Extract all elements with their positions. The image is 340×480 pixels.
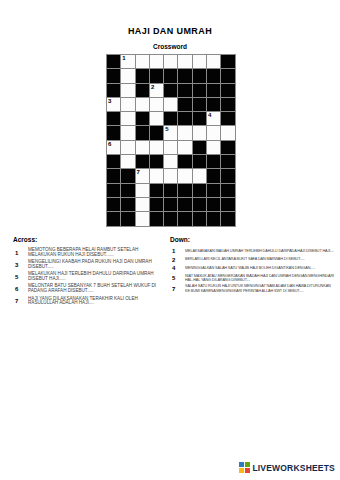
answer-cell[interactable] [164,55,177,68]
clue-number: 7 [13,298,28,304]
black-cell [207,198,220,211]
answer-cell[interactable] [193,169,206,182]
answer-cell[interactable] [207,126,220,139]
down-column: Down: 1MELAKSANAKAN IBADAH UMRAH TERLEBI… [170,236,336,309]
black-cell [193,69,206,82]
down-clue-1: 1MELAKSANAKAN IBADAH UMRAH TERLEBIH DAHU… [170,248,336,254]
black-cell [178,112,191,125]
black-cell [221,112,234,125]
black-cell [107,184,120,197]
logo-square-yellow [239,468,244,473]
black-cell [107,169,120,182]
clue-text: MELAKUKAN HAJI TERLEBIH DAHULU DARIPADA … [28,272,158,282]
black-cell [193,98,206,111]
black-cell [178,98,191,111]
across-clue-list: 1MEMOTONG BEBERAPA HELAI RAMBUT SETELAH … [13,248,166,309]
black-cell [207,212,220,225]
black-cell [178,212,191,225]
answer-cell[interactable] [164,155,177,168]
black-cell [178,84,191,97]
answer-cell[interactable]: 5 [164,126,177,139]
cell-number: 1 [122,55,125,62]
black-cell [221,98,234,111]
answer-cell[interactable] [150,169,163,182]
clue-number: 5 [13,274,28,280]
crossword-grid: 1234567 [106,54,236,227]
black-cell [221,141,234,154]
answer-cell[interactable] [178,169,191,182]
black-cell [136,69,149,82]
black-cell [107,55,120,68]
black-cell [193,198,206,211]
answer-cell[interactable] [136,98,149,111]
clue-text: MEMOTONG BEBERAPA HELAI RAMBUT SETELAH M… [28,248,158,258]
answer-cell[interactable] [136,212,149,225]
down-clue-2: 2BERLARI-LARI KECIL ANTARA BUKIT SAFA DA… [170,257,336,263]
answer-cell[interactable] [121,155,134,168]
clue-number: 1 [13,250,28,256]
black-cell [221,184,234,197]
black-cell [150,155,163,168]
answer-cell[interactable] [150,141,163,154]
liveworksheets-grid-icon [239,462,250,473]
answer-cell[interactable] [136,141,149,154]
black-cell [107,84,120,97]
black-cell [221,155,234,168]
clue-text: MENINGGALKAN SALAH SATU WAJIB HAJI BOLEH… [185,266,335,270]
answer-cell[interactable] [207,141,220,154]
clue-number: 3 [13,262,28,268]
black-cell [136,84,149,97]
black-cell [164,212,177,225]
answer-cell[interactable]: 6 [107,141,120,154]
brand-name: LIVEWORKSHEETS [252,463,335,473]
black-cell [150,198,163,211]
answer-cell[interactable] [164,141,177,154]
cell-number: 2 [151,84,154,91]
answer-cell[interactable]: 7 [136,169,149,182]
logo-square-red [245,468,250,473]
worksheet-page: HAJI DAN UMRAH Crossword 1234567 Across:… [0,0,340,480]
logo-square-blue [239,462,244,467]
black-cell [150,126,163,139]
black-cell [107,198,120,211]
black-cell [107,126,120,139]
clue-text: MENGELILINGI KAABAH PADA RUKUN HAJI DAN … [28,260,158,270]
down-header: Down: [170,236,336,243]
black-cell [121,169,134,182]
answer-cell[interactable] [121,84,134,97]
black-cell [221,69,234,82]
answer-cell[interactable] [150,55,163,68]
black-cell [107,112,120,125]
clue-number: 4 [170,265,185,271]
black-cell [164,198,177,211]
clue-text: NIAT MASUK ATAU MENGERJAKAN IBADAH HAJI … [185,274,335,282]
answer-cell[interactable] [221,126,234,139]
black-cell [150,184,163,197]
answer-cell[interactable] [150,112,163,125]
answer-cell[interactable] [121,141,134,154]
black-cell [136,112,149,125]
black-cell [221,84,234,97]
clue-text: SALAH SATU RUKUN HAJI UNTUK MENGINGAT NA… [185,284,335,292]
down-clue-list: 1MELAKSANAKAN IBADAH UMRAH TERLEBIH DAHU… [170,248,336,295]
cell-number: 5 [165,126,168,133]
down-clue-5: 5NIAT MASUK ATAU MENGERJAKAN IBADAH HAJI… [170,274,336,282]
black-cell [107,155,120,168]
clue-text: BERLARI-LARI KECIL ANTARA BUKIT SAFA DAN… [185,257,335,261]
across-clue-6: 6MELONTAR BATU SEBANYAK 7 BUAH SETELAH W… [13,284,166,294]
black-cell [107,212,120,225]
cell-number: 6 [108,141,111,148]
across-header: Across: [13,236,166,243]
logo-square-green [245,462,250,467]
black-cell [178,184,191,197]
across-clue-7: 7HAJI YANG DILAKSANAKAN TERAKHIR KALI OL… [13,297,166,307]
clue-number: 6 [13,286,28,292]
black-cell [193,212,206,225]
black-cell [193,184,206,197]
answer-cell[interactable] [164,169,177,182]
black-cell [164,184,177,197]
black-cell [136,126,149,139]
answer-cell[interactable] [193,55,206,68]
page-subtitle: Crossword [0,43,340,50]
black-cell [193,141,206,154]
answer-cell[interactable]: 2 [150,84,163,97]
answer-cell[interactable] [136,55,149,68]
answer-cell[interactable]: 3 [107,98,120,111]
cell-number: 7 [137,169,140,176]
clue-text: MELAKSANAKAN IBADAH UMRAH TERLEBIH DAHUL… [185,249,335,253]
answer-cell[interactable] [121,126,134,139]
clue-number: 5 [170,275,185,281]
black-cell [207,155,220,168]
black-cell [178,155,191,168]
answer-cell[interactable] [150,98,163,111]
black-cell [107,69,120,82]
black-cell [207,84,220,97]
black-cell [193,155,206,168]
cell-number: 3 [108,98,111,105]
answer-cell[interactable] [193,126,206,139]
black-cell [207,184,220,197]
black-cell [207,169,220,182]
black-cell [150,69,163,82]
black-cell [121,184,134,197]
cell-number: 4 [208,112,211,119]
black-cell [164,112,177,125]
down-clue-4: 4MENINGGALKAN SALAH SATU WAJIB HAJI BOLE… [170,265,336,271]
across-clue-3: 3MENGELILINGI KAABAH PADA RUKUN HAJI DAN… [13,260,166,270]
across-clue-5: 5MELAKUKAN HAJI TERLEBIH DAHULU DARIPADA… [13,272,166,282]
answer-cell[interactable]: 4 [207,112,220,125]
answer-cell[interactable] [136,184,149,197]
black-cell [178,198,191,211]
black-cell [136,155,149,168]
page-title: HAJI DAN UMRAH [0,26,340,36]
liveworksheets-logo[interactable]: LIVEWORKSHEETS [239,462,335,473]
black-cell [193,84,206,97]
across-clue-1: 1MEMOTONG BEBERAPA HELAI RAMBUT SETELAH … [13,248,166,258]
black-cell [193,112,206,125]
answer-cell[interactable] [121,98,134,111]
black-cell [164,84,177,97]
answer-cell[interactable] [164,98,177,111]
black-cell [150,212,163,225]
clue-number: 2 [170,257,185,263]
answer-cell[interactable] [178,55,191,68]
answer-cell[interactable] [121,112,134,125]
black-cell [207,98,220,111]
answer-cell[interactable] [178,126,191,139]
black-cell [207,69,220,82]
black-cell [121,212,134,225]
answer-cell[interactable] [121,69,134,82]
black-cell [221,55,234,68]
black-cell [164,69,177,82]
clue-text: HAJI YANG DILAKSANAKAN TERAKHIR KALI OLE… [28,297,158,307]
answer-cell[interactable] [178,141,191,154]
answer-cell[interactable] [207,55,220,68]
answer-cell[interactable] [136,198,149,211]
clue-number: 1 [170,248,185,254]
across-column: Across: 1MEMOTONG BEBERAPA HELAI RAMBUT … [13,236,166,309]
black-cell [221,212,234,225]
answer-cell[interactable]: 1 [121,55,134,68]
down-clue-7: 7SALAH SATU RUKUN HAJI UNTUK MENGINGAT N… [170,284,336,292]
black-cell [178,69,191,82]
clue-text: MELONTAR BATU SEBANYAK 7 BUAH SETELAH WU… [28,284,158,294]
clue-number: 7 [170,286,185,292]
black-cell [221,169,234,182]
black-cell [121,198,134,211]
clues-section: Across: 1MEMOTONG BEBERAPA HELAI RAMBUT … [13,236,336,309]
black-cell [221,198,234,211]
